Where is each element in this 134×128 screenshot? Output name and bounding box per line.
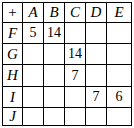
cell-J-D[interactable] (86, 108, 106, 125)
cell-H-A[interactable] (23, 65, 43, 86)
cell-J-B[interactable] (44, 108, 64, 125)
cell-F-C[interactable] (65, 23, 85, 43)
cell-I-E[interactable]: 6 (107, 87, 131, 107)
cell-H-D[interactable] (86, 65, 106, 86)
cell-H-E[interactable] (107, 65, 131, 86)
puzzle-board: + A B C D E F 5 14 G 14 H 7 I 7 6 J (2, 2, 132, 126)
cell-I-B[interactable] (44, 87, 64, 107)
cell-G-A[interactable] (23, 44, 43, 64)
cell-J-E[interactable] (107, 108, 131, 125)
cell-J-A[interactable] (23, 108, 43, 125)
plus-operator-cell: + (3, 3, 22, 22)
col-header-A: A (23, 3, 43, 22)
row-header-H: H (3, 65, 22, 86)
cell-J-C[interactable] (65, 108, 85, 125)
row-header-I: I (3, 87, 22, 107)
row-header-J: J (3, 108, 22, 125)
cell-G-D[interactable] (86, 44, 106, 64)
col-header-B: B (44, 3, 64, 22)
cell-F-B[interactable]: 14 (44, 23, 64, 43)
cell-I-A[interactable] (23, 87, 43, 107)
row-header-G: G (3, 44, 22, 64)
cell-H-C[interactable]: 7 (65, 65, 85, 86)
row-header-F: F (3, 23, 22, 43)
cell-F-D[interactable] (86, 23, 106, 43)
cell-H-B[interactable] (44, 65, 64, 86)
cell-I-D[interactable]: 7 (86, 87, 106, 107)
cell-G-C[interactable]: 14 (65, 44, 85, 64)
cell-G-E[interactable] (107, 44, 131, 64)
cell-G-B[interactable] (44, 44, 64, 64)
col-header-C: C (65, 3, 85, 22)
cell-I-C[interactable] (65, 87, 85, 107)
col-header-D: D (86, 3, 106, 22)
col-header-E: E (107, 3, 131, 22)
cell-F-A[interactable]: 5 (23, 23, 43, 43)
cell-F-E[interactable] (107, 23, 131, 43)
